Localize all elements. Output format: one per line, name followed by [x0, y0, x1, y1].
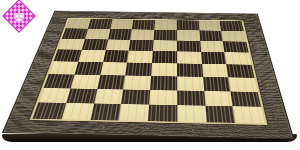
border-stud	[187, 16, 189, 17]
square-f8	[177, 20, 199, 30]
border-stud	[267, 85, 270, 87]
square-f4	[177, 63, 203, 76]
square-e2	[149, 90, 177, 106]
square-h2	[231, 91, 261, 107]
square-h6	[223, 41, 249, 53]
border-stud	[147, 128, 150, 130]
board-playing-field	[32, 19, 264, 124]
square-e1	[148, 105, 177, 122]
border-stud	[55, 28, 58, 29]
square-f3	[177, 76, 204, 90]
square-d8	[132, 20, 155, 30]
square-b7	[85, 29, 110, 40]
square-g5	[201, 52, 227, 64]
square-g1	[205, 106, 236, 123]
square-g3	[203, 77, 231, 91]
square-h3	[228, 77, 257, 91]
square-g4	[202, 64, 229, 77]
square-f1	[177, 105, 206, 122]
square-e8	[154, 20, 176, 30]
square-c1	[90, 104, 121, 121]
square-c4	[100, 62, 127, 75]
square-e7	[154, 30, 177, 41]
square-a7	[62, 28, 88, 39]
square-f6	[177, 40, 201, 52]
square-h4	[226, 64, 254, 77]
square-h5	[225, 52, 252, 64]
square-c2	[94, 89, 124, 104]
border-stud	[91, 15, 93, 16]
square-e6	[153, 40, 177, 52]
square-h7	[221, 31, 246, 42]
border-stud	[57, 126, 61, 128]
square-b1	[61, 103, 93, 120]
square-g7	[199, 30, 223, 41]
border-stud	[262, 65, 265, 66]
border-stud	[41, 61, 44, 62]
border-stud	[273, 107, 276, 109]
board-border-frame	[2, 11, 294, 140]
border-stud	[25, 103, 29, 105]
border-stud	[237, 130, 240, 132]
square-f5	[177, 51, 202, 63]
square-h8	[220, 21, 244, 31]
chess-board	[2, 11, 294, 140]
square-a6	[58, 38, 85, 49]
logo-diamond-checkerboard: ♚	[3, 0, 34, 31]
square-c5	[103, 50, 129, 62]
square-b4	[74, 62, 102, 75]
square-b5	[78, 50, 105, 62]
border-stud	[49, 43, 52, 44]
square-g8	[198, 21, 221, 31]
square-e4	[151, 63, 177, 76]
square-d6	[129, 40, 154, 51]
square-c6	[105, 39, 130, 50]
square-g2	[204, 91, 233, 107]
square-g6	[200, 41, 225, 53]
border-stud	[220, 16, 222, 17]
square-c3	[97, 75, 126, 89]
square-d1	[119, 104, 149, 121]
square-f7	[177, 30, 200, 41]
square-h1	[233, 106, 265, 123]
square-b3	[70, 74, 100, 88]
product-photo-stage: ♚	[0, 0, 300, 150]
square-a8	[66, 19, 91, 29]
border-stud	[155, 16, 157, 17]
square-d5	[127, 51, 153, 63]
square-d3	[123, 75, 151, 89]
square-c7	[108, 29, 132, 40]
square-e3	[150, 76, 177, 90]
border-stud	[102, 127, 105, 129]
square-b8	[88, 19, 112, 29]
square-e5	[152, 51, 177, 63]
shop-logo: ♚	[3, 0, 35, 32]
square-d4	[125, 63, 152, 76]
square-b6	[82, 39, 108, 50]
border-stud	[123, 15, 125, 16]
square-f2	[177, 90, 205, 106]
square-b2	[66, 88, 97, 103]
square-d7	[131, 29, 155, 40]
border-stud	[192, 129, 195, 131]
logo-chess-piece-icon: ♚	[8, 5, 30, 27]
border-stud	[253, 31, 256, 32]
square-d2	[121, 89, 150, 105]
border-stud	[257, 47, 260, 48]
border-stud	[33, 81, 36, 82]
square-c8	[110, 19, 134, 29]
